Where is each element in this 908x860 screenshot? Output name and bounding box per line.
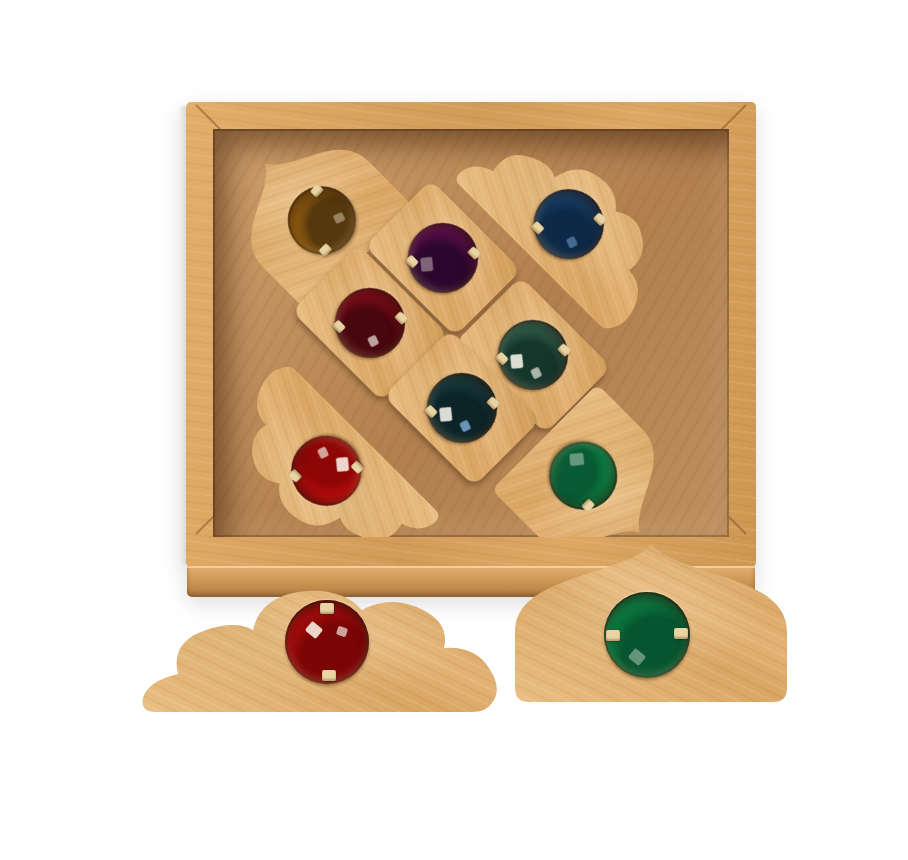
gem-glint	[529, 367, 542, 380]
gem-dark-blue	[519, 175, 618, 274]
tray-cavity	[213, 129, 729, 537]
gem-glint	[439, 407, 452, 422]
gem-glint	[420, 257, 433, 272]
tray-top-rim	[186, 102, 756, 567]
gem-glint	[569, 453, 584, 466]
wood-peg	[332, 319, 346, 333]
wood-peg	[322, 670, 336, 681]
wood-peg	[310, 183, 324, 197]
gem-green	[535, 428, 631, 524]
gem-purple	[394, 209, 493, 308]
gem-glint	[305, 620, 323, 638]
gem-bright-red	[277, 421, 376, 520]
gem-glint	[333, 212, 346, 225]
gem-deep-red	[285, 600, 369, 684]
gem-front-green	[604, 592, 690, 678]
wood-peg	[394, 311, 408, 325]
gem-glint	[336, 626, 348, 638]
wood-peg	[486, 396, 500, 410]
wood-peg	[593, 212, 607, 226]
scene	[0, 0, 908, 860]
wood-peg	[424, 404, 438, 418]
gem-glint	[510, 354, 523, 369]
wood-peg	[320, 603, 334, 614]
gem-glint	[317, 446, 330, 459]
wood-peg	[288, 469, 302, 483]
wood-peg	[318, 243, 332, 257]
wooden-tray	[186, 102, 756, 567]
wood-peg	[531, 220, 545, 234]
gem-glint	[458, 420, 471, 433]
gem-glint	[628, 647, 646, 665]
gem-dark-red	[321, 274, 420, 373]
wood-peg	[557, 343, 571, 357]
wood-peg	[405, 254, 419, 268]
gem-glint	[565, 236, 578, 249]
wood-peg	[350, 461, 364, 475]
block-cloud-deep-red-front	[140, 584, 512, 712]
wood-peg	[674, 628, 688, 639]
wood-peg	[495, 351, 509, 365]
wood-peg	[606, 630, 620, 641]
gem-glint	[336, 457, 349, 472]
wood-peg	[581, 499, 595, 513]
gem-glint	[366, 335, 379, 348]
wood-peg	[467, 246, 481, 260]
